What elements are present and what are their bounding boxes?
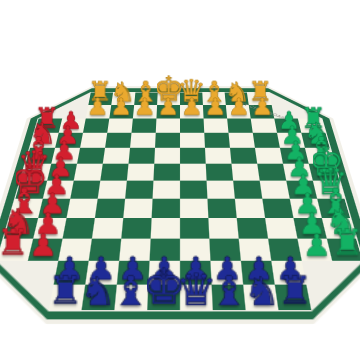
yellow-pawn[interactable]: ♟	[227, 79, 251, 118]
red-rook[interactable]: ♜	[0, 210, 28, 261]
yellow-pawn[interactable]: ♟	[156, 79, 180, 118]
blue-queen[interactable]: ♛	[180, 255, 213, 310]
yellow-pawn[interactable]: ♟	[86, 79, 110, 118]
yellow-pawn[interactable]: ♟	[133, 79, 157, 118]
pieces-layer: ♜♞♝♚♛♝♞♜♟♟♟♟♟♟♟♟♜♟♟♜♞♟♟♞♝♟♟♝♛♟♟♚♚♟♟♛♝♟♟♝…	[0, 86, 360, 324]
blue-rook[interactable]: ♜	[278, 255, 311, 310]
yellow-pawn[interactable]: ♟	[109, 79, 133, 118]
yellow-pawn[interactable]: ♟	[204, 79, 228, 118]
green-rook[interactable]: ♜	[332, 210, 360, 261]
blue-knight[interactable]: ♞	[82, 255, 115, 310]
blue-rook[interactable]: ♜	[49, 255, 82, 310]
four-way-chess-photo: ♜♞♝♚♛♝♞♜♟♟♟♟♟♟♟♟♜♟♟♜♞♟♟♞♝♟♟♝♛♟♟♚♚♟♟♛♝♟♟♝…	[0, 0, 360, 360]
yellow-pawn[interactable]: ♟	[251, 79, 275, 118]
blue-knight[interactable]: ♞	[245, 255, 278, 310]
yellow-pawn[interactable]: ♟	[180, 79, 204, 118]
blue-bishop[interactable]: ♝	[213, 255, 246, 310]
board-tilt-wrapper: ♜♞♝♚♛♝♞♜♟♟♟♟♟♟♟♟♜♟♟♜♞♟♟♞♝♟♟♝♛♟♟♚♚♟♟♛♝♟♟♝…	[0, 86, 360, 324]
